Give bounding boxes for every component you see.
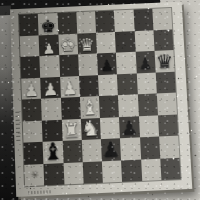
square-r1c8 [152,8,172,30]
square-r5c3 [60,97,80,119]
black-pawn: ♟ [100,59,115,75]
square-r2c2: ♟ [39,34,59,56]
white-pawn: ♟ [42,41,55,56]
square-r5c1 [22,99,42,121]
square-r3c8: ♛ [154,50,174,72]
square-r5c7 [137,93,157,115]
square-r4c8 [155,71,175,93]
square-r6c4: ♞ [81,118,101,140]
square-r7c4 [82,139,102,162]
chess-photo: ♚♟♚♛♟♟♛♟♟♟♝♜♞♟♝♟✳ [0,0,200,200]
chess-board: ♚♟♚♛♟♟♛♟♟♟♝♜♞♟♝♟✳ [10,2,192,197]
white-rook: ♜ [62,120,80,140]
square-r6c8 [158,114,178,136]
square-r6c1 [23,120,43,142]
white-queen: ♛ [79,36,96,54]
square-r7c6 [120,137,140,160]
square-r3c5: ♟ [97,53,117,75]
square-r1c6 [114,10,134,32]
square-r6c5 [100,117,120,139]
black-pawn: ♟ [101,139,121,161]
square-r4c4 [79,75,99,97]
white-king: ♚ [59,36,76,55]
square-r5c2 [41,98,61,120]
square-r1c2: ♚ [38,13,58,35]
square-r1c5 [95,11,115,33]
square-r3c6 [116,52,136,74]
square-r5c8 [157,93,177,115]
square-r7c7 [140,136,160,159]
square-r8c1: ✳ [24,164,44,187]
square-r5c6 [118,94,138,116]
square-r4c6 [117,73,137,95]
square-r2c5 [96,32,116,54]
square-r7c2: ♝ [43,141,63,164]
square-r1c7 [133,9,153,31]
square-r6c7 [138,115,158,137]
black-bishop: ♝ [42,139,64,164]
black-pawn: ♟ [138,57,153,73]
square-r7c5: ♟ [101,138,121,161]
white-knight: ♞ [81,118,101,140]
black-queen: ♛ [155,52,173,72]
white-pawn: ♟ [62,80,78,97]
square-r2c7 [134,30,154,52]
square-r7c1 [23,142,43,165]
square-r4c2: ♟ [40,76,60,98]
square-r8c8 [160,157,181,180]
black-king: ♚ [40,18,56,35]
square-r4c7 [136,72,156,94]
square-r6c6: ♟ [119,116,139,138]
square-r1c4 [76,11,96,33]
square-r2c6 [115,31,135,53]
square-r7c8 [159,136,180,159]
square-r3c4 [78,53,98,75]
white-bishop: ♝ [80,97,99,118]
square-r5c5 [99,95,119,117]
square-r8c3 [63,162,83,185]
white-pawn: ♟ [23,82,39,99]
square-r8c4 [82,161,102,184]
square-r3c2 [40,55,60,77]
white-pawn: ♟ [43,81,59,98]
square-r6c3: ♜ [61,118,81,140]
square-r1c3 [57,12,77,34]
square-r2c4: ♛ [77,32,97,54]
square-r2c3: ♚ [58,33,78,55]
edge-markings-bottom-icon [28,190,50,194]
board-squares: ♚♟♚♛♟♟♛♟♟♟♝♜♞♟♝♟✳ [19,8,181,186]
square-r8c2 [44,163,64,186]
square-r4c5 [98,74,118,96]
square-r2c8 [153,29,173,51]
square-r8c6 [121,159,141,182]
square-r8c7 [141,158,162,181]
square-r2c1 [20,35,40,57]
square-r8c5 [102,160,122,183]
square-r7c3 [62,140,82,163]
black-pawn: ♟ [120,118,138,138]
square-r3c1 [20,56,40,78]
square-r4c1: ♟ [21,77,41,99]
corner-stamp-icon: ✳ [29,169,39,181]
square-r3c7: ♟ [135,51,155,73]
square-r5c4: ♝ [80,96,100,118]
square-r4c3: ♟ [60,76,80,98]
edge-markings-icon [15,112,20,142]
square-r3c3 [59,54,79,76]
square-r1c1 [19,14,39,36]
